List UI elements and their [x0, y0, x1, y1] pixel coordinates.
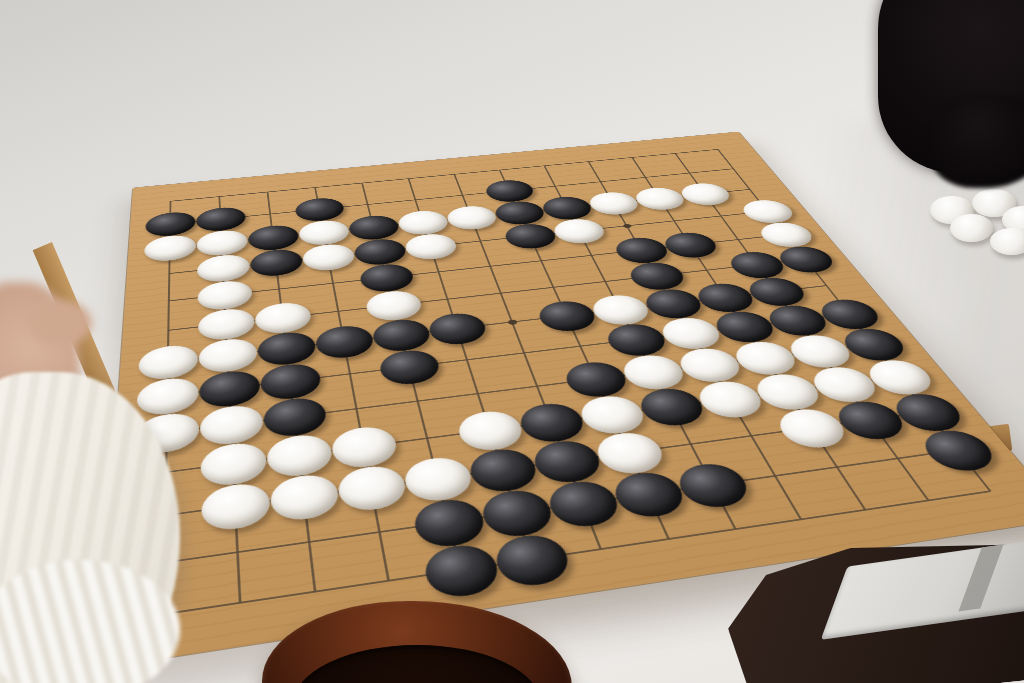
white-stone: [268, 471, 340, 523]
black-stone: [465, 446, 541, 495]
black-stone: [633, 385, 710, 428]
white-stone: [590, 429, 669, 476]
black-stone: [294, 196, 346, 223]
black-stone: [607, 469, 690, 521]
black-stone: [528, 437, 606, 485]
white-stone: [549, 217, 609, 245]
white-stone: [574, 393, 649, 437]
player-finger: [28, 300, 92, 346]
white-stone: [675, 181, 735, 207]
white-stone: [196, 253, 250, 284]
black-stone: [352, 237, 408, 267]
white-stone: [197, 279, 253, 312]
white-stone: [617, 352, 690, 392]
black-stone: [610, 235, 673, 265]
white-stone: [454, 408, 527, 453]
star-point: [507, 319, 518, 325]
star-point: [622, 224, 632, 229]
black-stone: [914, 427, 1003, 474]
white-stone: [301, 242, 357, 272]
black-stone: [145, 210, 196, 238]
black-stone: [601, 321, 671, 358]
white-stone: [200, 440, 267, 488]
black-stone: [313, 323, 375, 360]
black-stone: [256, 330, 317, 368]
black-stone: [482, 178, 537, 203]
white-stone: [196, 228, 248, 257]
white-stone: [136, 375, 198, 417]
black-stone: [196, 205, 246, 232]
black-stone: [671, 460, 755, 511]
dark-knit-garment-fold: [930, 96, 1024, 188]
white-stone: [201, 480, 271, 533]
bowl-opening: [293, 645, 541, 683]
white-stone: [137, 343, 197, 382]
white-stone-on-table: [950, 214, 993, 242]
white-stone: [143, 233, 195, 263]
black-stone: [420, 541, 503, 601]
white-stone: [655, 315, 726, 351]
black-stone: [543, 478, 625, 530]
black-stone: [410, 496, 489, 550]
white-stone: [335, 463, 408, 514]
white-stone: [197, 306, 255, 342]
black-stone: [515, 400, 589, 444]
black-stone: [624, 260, 689, 292]
white-stone: [395, 209, 450, 237]
white-stone: [736, 198, 799, 225]
black-stone: [247, 223, 300, 252]
white-stone: [587, 293, 654, 327]
black-stone: [477, 487, 557, 540]
black-stone: [377, 347, 443, 386]
photo-scene: [0, 0, 1024, 683]
black-stone: [249, 247, 304, 278]
white-stone: [198, 336, 258, 374]
black-stone: [490, 531, 574, 589]
white-stone: [297, 218, 351, 246]
white-stone: [199, 403, 264, 448]
white-stone: [329, 424, 399, 471]
black-stone: [501, 222, 560, 251]
black-stone: [262, 395, 328, 439]
black-stone: [357, 262, 416, 294]
white-stone: [402, 232, 459, 261]
white-stone: [363, 288, 424, 322]
white-stone: [265, 432, 334, 480]
black-stone: [534, 299, 600, 334]
black-stone: [425, 311, 489, 347]
black-stone: [538, 195, 596, 222]
white-stone: [400, 454, 475, 504]
black-stone: [370, 317, 433, 354]
black-stone: [560, 359, 632, 400]
white-stone: [630, 186, 689, 212]
white-stone: [254, 300, 313, 335]
black-stone: [658, 230, 722, 259]
black-stone: [639, 287, 707, 321]
white-stone: [584, 190, 642, 216]
black-stone: [346, 214, 401, 242]
black-stone: [259, 361, 322, 402]
white-stone: [443, 204, 499, 231]
game-clock-box: [728, 545, 1024, 683]
white-stone: [754, 220, 819, 249]
black-stone: [491, 199, 548, 226]
black-stone: [199, 368, 261, 409]
